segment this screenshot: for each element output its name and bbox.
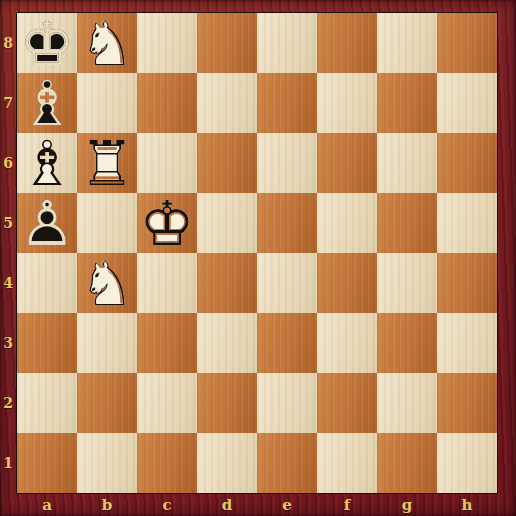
square-g6[interactable] — [377, 133, 437, 193]
square-c2[interactable] — [137, 373, 197, 433]
square-g3[interactable] — [377, 313, 437, 373]
square-h1[interactable] — [437, 433, 497, 493]
square-c4[interactable] — [137, 253, 197, 313]
square-a1[interactable] — [17, 433, 77, 493]
square-b2[interactable] — [77, 373, 137, 433]
file-labels: abcdefgh — [17, 495, 497, 515]
square-c6[interactable] — [137, 133, 197, 193]
square-a6[interactable]: ♝♗ — [17, 133, 77, 193]
square-d3[interactable] — [197, 313, 257, 373]
square-e3[interactable] — [257, 313, 317, 373]
square-h8[interactable] — [437, 13, 497, 73]
square-h5[interactable] — [437, 193, 497, 253]
square-e6[interactable] — [257, 133, 317, 193]
square-h2[interactable] — [437, 373, 497, 433]
white-knight-b4[interactable]: ♞♘ — [77, 253, 137, 313]
file-label-d: d — [197, 496, 257, 514]
black-pawn-a5[interactable]: ♟♙ — [17, 193, 77, 253]
black-pawn-outline-glyph: ♙ — [17, 194, 77, 254]
white-bishop-a6[interactable]: ♝♗ — [17, 133, 77, 193]
rank-label-8: 8 — [0, 13, 16, 73]
square-e4[interactable] — [257, 253, 317, 313]
file-label-e: e — [257, 496, 317, 514]
square-f8[interactable] — [317, 13, 377, 73]
file-label-b: b — [77, 496, 137, 514]
square-b5[interactable] — [77, 193, 137, 253]
square-f1[interactable] — [317, 433, 377, 493]
square-b7[interactable] — [77, 73, 137, 133]
white-rook-outline-glyph: ♖ — [77, 134, 137, 194]
white-bishop-outline-glyph: ♗ — [17, 134, 77, 194]
white-rook-b6[interactable]: ♜♖ — [77, 133, 137, 193]
square-e1[interactable] — [257, 433, 317, 493]
rank-label-4: 4 — [0, 253, 16, 313]
square-a7[interactable]: ♝♗ — [17, 73, 77, 133]
square-a8[interactable]: ♚♔ — [17, 13, 77, 73]
square-c7[interactable] — [137, 73, 197, 133]
black-bishop-a7[interactable]: ♝♗ — [17, 73, 77, 133]
file-label-g: g — [377, 496, 437, 514]
rank-label-5: 5 — [0, 193, 16, 253]
square-f7[interactable] — [317, 73, 377, 133]
square-g2[interactable] — [377, 373, 437, 433]
board-frame: 87654321 ♚♔♞♘♝♗♝♗♜♖♟♙♚♔♞♘ abcdefgh — [0, 0, 516, 516]
square-h3[interactable] — [437, 313, 497, 373]
file-label-f: f — [317, 496, 377, 514]
white-knight-outline-glyph: ♘ — [77, 254, 137, 314]
square-h6[interactable] — [437, 133, 497, 193]
square-g4[interactable] — [377, 253, 437, 313]
rank-label-2: 2 — [0, 373, 16, 433]
black-king-outline-glyph: ♔ — [17, 14, 77, 74]
square-d5[interactable] — [197, 193, 257, 253]
square-d7[interactable] — [197, 73, 257, 133]
square-e5[interactable] — [257, 193, 317, 253]
square-h7[interactable] — [437, 73, 497, 133]
square-a4[interactable] — [17, 253, 77, 313]
square-h4[interactable] — [437, 253, 497, 313]
file-label-c: c — [137, 496, 197, 514]
white-knight-outline-glyph: ♘ — [77, 14, 137, 74]
rank-label-1: 1 — [0, 433, 16, 493]
board: ♚♔♞♘♝♗♝♗♜♖♟♙♚♔♞♘ — [16, 12, 498, 494]
square-c3[interactable] — [137, 313, 197, 373]
rank-labels: 87654321 — [0, 13, 16, 493]
square-e2[interactable] — [257, 373, 317, 433]
square-d6[interactable] — [197, 133, 257, 193]
square-b4[interactable]: ♞♘ — [77, 253, 137, 313]
square-a2[interactable] — [17, 373, 77, 433]
square-d4[interactable] — [197, 253, 257, 313]
square-b3[interactable] — [77, 313, 137, 373]
square-g8[interactable] — [377, 13, 437, 73]
white-king-c5[interactable]: ♚♔ — [137, 193, 197, 253]
square-f3[interactable] — [317, 313, 377, 373]
white-king-outline-glyph: ♔ — [137, 194, 197, 254]
rank-label-6: 6 — [0, 133, 16, 193]
square-d1[interactable] — [197, 433, 257, 493]
square-d2[interactable] — [197, 373, 257, 433]
square-d8[interactable] — [197, 13, 257, 73]
square-b8[interactable]: ♞♘ — [77, 13, 137, 73]
rank-label-3: 3 — [0, 313, 16, 373]
black-bishop-outline-glyph: ♗ — [17, 74, 77, 134]
square-e7[interactable] — [257, 73, 317, 133]
square-f6[interactable] — [317, 133, 377, 193]
file-label-a: a — [17, 496, 77, 514]
square-f2[interactable] — [317, 373, 377, 433]
square-f4[interactable] — [317, 253, 377, 313]
square-g1[interactable] — [377, 433, 437, 493]
square-c1[interactable] — [137, 433, 197, 493]
square-e8[interactable] — [257, 13, 317, 73]
white-knight-b8[interactable]: ♞♘ — [77, 13, 137, 73]
square-b6[interactable]: ♜♖ — [77, 133, 137, 193]
square-b1[interactable] — [77, 433, 137, 493]
square-c5[interactable]: ♚♔ — [137, 193, 197, 253]
file-label-h: h — [437, 496, 497, 514]
square-g7[interactable] — [377, 73, 437, 133]
black-king-a8[interactable]: ♚♔ — [17, 13, 77, 73]
square-g5[interactable] — [377, 193, 437, 253]
rank-label-7: 7 — [0, 73, 16, 133]
square-a5[interactable]: ♟♙ — [17, 193, 77, 253]
square-a3[interactable] — [17, 313, 77, 373]
square-c8[interactable] — [137, 13, 197, 73]
square-f5[interactable] — [317, 193, 377, 253]
